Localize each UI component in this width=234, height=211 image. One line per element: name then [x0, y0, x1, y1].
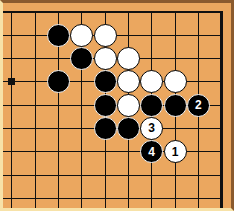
- move-3-white-stone: 3: [140, 117, 163, 140]
- grid-line-horizontal: [3, 175, 223, 176]
- grid-line-horizontal: [3, 198, 223, 199]
- move-2-black-stone: 2: [187, 94, 210, 117]
- black-stone: [47, 70, 70, 93]
- white-stone: [164, 70, 187, 93]
- white-stone: [117, 47, 140, 70]
- black-stone: [140, 94, 163, 117]
- white-stone: [70, 24, 93, 47]
- white-stone: [117, 94, 140, 117]
- black-stone: [47, 24, 70, 47]
- white-stone: [140, 70, 163, 93]
- white-stone: [117, 70, 140, 93]
- black-stone: [94, 117, 117, 140]
- black-stone: [164, 94, 187, 117]
- board-top-edge-line: [3, 11, 223, 13]
- board-right-edge-line: [220, 11, 223, 208]
- move-4-black-stone: 4: [140, 140, 163, 163]
- black-stone: [94, 94, 117, 117]
- grid-line-vertical: [35, 11, 36, 208]
- black-stone: [117, 117, 140, 140]
- star-point-marker: [8, 78, 15, 85]
- black-stone: [94, 70, 117, 93]
- go-board-diagram: 2341: [0, 0, 234, 211]
- grid-line-vertical: [11, 11, 12, 208]
- white-stone: [94, 24, 117, 47]
- black-stone: [70, 47, 93, 70]
- grid-line-horizontal: [3, 151, 223, 152]
- white-stone: [94, 47, 117, 70]
- move-1-white-stone: 1: [164, 140, 187, 163]
